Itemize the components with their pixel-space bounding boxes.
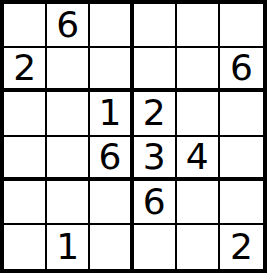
cell-r5c1[interactable] — [4, 181, 47, 225]
cell-r2c4[interactable] — [134, 48, 177, 92]
cell-r2c3[interactable] — [90, 48, 133, 92]
cell-r6c1[interactable] — [4, 225, 47, 269]
cell-r4c4[interactable]: 3 — [134, 137, 177, 181]
cell-r1c3[interactable] — [90, 4, 133, 48]
cell-r6c6[interactable]: 2 — [220, 225, 263, 269]
cell-r6c3[interactable] — [90, 225, 133, 269]
cell-r5c6[interactable] — [220, 181, 263, 225]
cell-r3c2[interactable] — [47, 92, 90, 136]
cell-r1c1[interactable] — [4, 4, 47, 48]
cell-r2c6[interactable]: 6 — [220, 48, 263, 92]
cell-r4c6[interactable] — [220, 137, 263, 181]
cell-r5c2[interactable] — [47, 181, 90, 225]
cell-r4c3[interactable]: 6 — [90, 137, 133, 181]
cell-r4c2[interactable] — [47, 137, 90, 181]
cell-r5c5[interactable] — [177, 181, 220, 225]
cell-r6c4[interactable] — [134, 225, 177, 269]
cell-r1c2[interactable]: 6 — [47, 4, 90, 48]
cell-r3c5[interactable] — [177, 92, 220, 136]
cell-r6c2[interactable]: 1 — [47, 225, 90, 269]
cell-r1c4[interactable] — [134, 4, 177, 48]
cell-r3c4[interactable]: 2 — [134, 92, 177, 136]
cell-r3c6[interactable] — [220, 92, 263, 136]
cell-r5c4[interactable]: 6 — [134, 181, 177, 225]
sudoku-board: 62612634612 — [0, 0, 267, 273]
cell-r1c5[interactable] — [177, 4, 220, 48]
cell-r4c5[interactable]: 4 — [177, 137, 220, 181]
cell-r6c5[interactable] — [177, 225, 220, 269]
cell-r2c5[interactable] — [177, 48, 220, 92]
cell-r2c2[interactable] — [47, 48, 90, 92]
cell-r4c1[interactable] — [4, 137, 47, 181]
cell-r5c3[interactable] — [90, 181, 133, 225]
cell-r1c6[interactable] — [220, 4, 263, 48]
cell-r3c3[interactable]: 1 — [90, 92, 133, 136]
cell-r3c1[interactable] — [4, 92, 47, 136]
cell-r2c1[interactable]: 2 — [4, 48, 47, 92]
